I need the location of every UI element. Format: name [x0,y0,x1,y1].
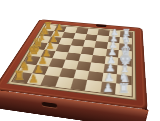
drawer-notch [41,101,57,107]
piece-wR[interactable]: ♜ [13,69,25,82]
chess-set-photo: ♜♟♟♜♞♟♟♞♝♟♟♝♛♟♟♛♚♟♟♚♝♟♟♝♞♟♟♞♜♟♟♜ [0,0,160,121]
square-r7c4[interactable] [69,78,86,90]
piece-bP[interactable]: ♟ [102,81,112,93]
piece-wP[interactable]: ♟ [28,72,38,83]
square-r3c4[interactable] [80,46,94,54]
square-r7c7[interactable]: ♜ [115,83,131,96]
square-r1c5[interactable] [96,35,109,42]
box-right-face [139,28,147,121]
wooden-box-lid: ♜♟♟♜♞♟♟♞♝♟♟♝♛♟♟♛♚♟♟♚♝♟♟♝♞♟♟♞♜♟♟♜ [0,19,147,110]
square-r2c5[interactable] [94,41,107,49]
square-r7c5[interactable] [84,80,101,92]
piece-bR[interactable]: ♜ [117,81,129,95]
square-r7c6[interactable]: ♟ [100,82,116,94]
lid-notch [96,24,107,27]
square-r1c3[interactable] [73,33,86,40]
square-r3c3[interactable] [68,45,82,53]
